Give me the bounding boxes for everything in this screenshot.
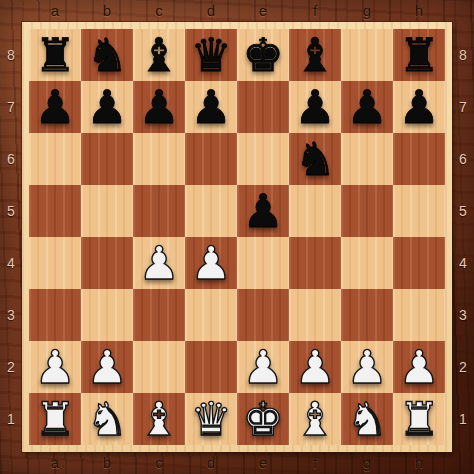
square-g1[interactable]: ♞: [341, 393, 393, 445]
white-pawn-g2[interactable]: ♟: [341, 341, 393, 393]
square-g8[interactable]: [341, 29, 393, 81]
square-h8[interactable]: ♜: [393, 29, 445, 81]
square-c3[interactable]: [133, 289, 185, 341]
rank-label-right-3: 3: [452, 289, 474, 341]
square-f7[interactable]: ♟: [289, 81, 341, 133]
black-pawn-g7[interactable]: ♟: [341, 81, 393, 133]
white-bishop-f1[interactable]: ♝: [289, 393, 341, 445]
square-c6[interactable]: [133, 133, 185, 185]
file-label-bottom-g: g: [341, 452, 393, 474]
square-g5[interactable]: [341, 185, 393, 237]
file-label-top-d: d: [185, 0, 237, 22]
square-c7[interactable]: ♟: [133, 81, 185, 133]
white-pawn-e2[interactable]: ♟: [237, 341, 289, 393]
square-h3[interactable]: [393, 289, 445, 341]
white-pawn-a2[interactable]: ♟: [29, 341, 81, 393]
file-label-top-g: g: [341, 0, 393, 22]
square-f1[interactable]: ♝: [289, 393, 341, 445]
white-bishop-c1[interactable]: ♝: [133, 393, 185, 445]
rank-label-left-8: 8: [0, 29, 22, 81]
file-label-bottom-e: e: [237, 452, 289, 474]
file-label-top-h: h: [393, 0, 445, 22]
square-h2[interactable]: ♟: [393, 341, 445, 393]
black-pawn-h7[interactable]: ♟: [393, 81, 445, 133]
black-bishop-c8[interactable]: ♝: [133, 29, 185, 81]
black-pawn-d7[interactable]: ♟: [185, 81, 237, 133]
rank-labels-right: 87654321: [452, 29, 474, 445]
rank-label-left-3: 3: [0, 289, 22, 341]
rank-label-left-2: 2: [0, 341, 22, 393]
black-rook-a8[interactable]: ♜: [29, 29, 81, 81]
rank-label-right-5: 5: [452, 185, 474, 237]
white-rook-a1[interactable]: ♜: [29, 393, 81, 445]
square-c4[interactable]: ♟: [133, 237, 185, 289]
square-a5[interactable]: [29, 185, 81, 237]
rank-label-right-2: 2: [452, 341, 474, 393]
square-a2[interactable]: ♟: [29, 341, 81, 393]
white-pawn-c4[interactable]: ♟: [133, 237, 185, 289]
black-pawn-f7[interactable]: ♟: [289, 81, 341, 133]
square-d6[interactable]: [185, 133, 237, 185]
square-e8[interactable]: ♚: [237, 29, 289, 81]
square-f6[interactable]: ♞: [289, 133, 341, 185]
square-c5[interactable]: [133, 185, 185, 237]
square-g4[interactable]: [341, 237, 393, 289]
black-pawn-e5[interactable]: ♟: [237, 185, 289, 237]
square-h5[interactable]: [393, 185, 445, 237]
square-f4[interactable]: [289, 237, 341, 289]
file-label-top-c: c: [133, 0, 185, 22]
black-pawn-c7[interactable]: ♟: [133, 81, 185, 133]
square-d3[interactable]: [185, 289, 237, 341]
white-knight-b1[interactable]: ♞: [81, 393, 133, 445]
square-g2[interactable]: ♟: [341, 341, 393, 393]
square-h6[interactable]: [393, 133, 445, 185]
chess-board[interactable]: ♜♞♝♛♚♝♜♟♟♟♟♟♟♟♞♟♟♟♟♟♟♟♟♟♜♞♝♛♚♝♞♜: [29, 29, 445, 445]
square-a7[interactable]: ♟: [29, 81, 81, 133]
square-f2[interactable]: ♟: [289, 341, 341, 393]
square-b3[interactable]: [81, 289, 133, 341]
black-king-e8[interactable]: ♚: [237, 29, 289, 81]
rank-label-right-6: 6: [452, 133, 474, 185]
black-knight-f6[interactable]: ♞: [289, 133, 341, 185]
white-pawn-b2[interactable]: ♟: [81, 341, 133, 393]
black-knight-b8[interactable]: ♞: [81, 29, 133, 81]
square-d7[interactable]: ♟: [185, 81, 237, 133]
square-f3[interactable]: [289, 289, 341, 341]
black-pawn-a7[interactable]: ♟: [29, 81, 81, 133]
square-c1[interactable]: ♝: [133, 393, 185, 445]
white-rook-h1[interactable]: ♜: [393, 393, 445, 445]
square-f5[interactable]: [289, 185, 341, 237]
rank-label-left-7: 7: [0, 81, 22, 133]
file-label-bottom-h: h: [393, 452, 445, 474]
file-label-top-b: b: [81, 0, 133, 22]
black-bishop-f8[interactable]: ♝: [289, 29, 341, 81]
white-king-e1[interactable]: ♚: [237, 393, 289, 445]
square-d2[interactable]: [185, 341, 237, 393]
square-d4[interactable]: ♟: [185, 237, 237, 289]
black-rook-h8[interactable]: ♜: [393, 29, 445, 81]
square-e6[interactable]: [237, 133, 289, 185]
white-knight-g1[interactable]: ♞: [341, 393, 393, 445]
square-b8[interactable]: ♞: [81, 29, 133, 81]
rank-label-left-5: 5: [0, 185, 22, 237]
square-g7[interactable]: ♟: [341, 81, 393, 133]
square-b6[interactable]: [81, 133, 133, 185]
rank-label-right-8: 8: [452, 29, 474, 81]
chess-app-window: abcdefgh abcdefgh 87654321 87654321 ♜♞♝♛…: [0, 0, 474, 474]
rank-label-right-7: 7: [452, 81, 474, 133]
file-label-bottom-c: c: [133, 452, 185, 474]
square-d1[interactable]: ♛: [185, 393, 237, 445]
black-pawn-b7[interactable]: ♟: [81, 81, 133, 133]
square-h4[interactable]: [393, 237, 445, 289]
white-pawn-h2[interactable]: ♟: [393, 341, 445, 393]
square-a6[interactable]: [29, 133, 81, 185]
square-e2[interactable]: ♟: [237, 341, 289, 393]
square-b7[interactable]: ♟: [81, 81, 133, 133]
white-pawn-f2[interactable]: ♟: [289, 341, 341, 393]
square-c2[interactable]: [133, 341, 185, 393]
file-label-bottom-f: f: [289, 452, 341, 474]
square-d8[interactable]: ♛: [185, 29, 237, 81]
square-e5[interactable]: ♟: [237, 185, 289, 237]
square-a8[interactable]: ♜: [29, 29, 81, 81]
rank-labels-left: 87654321: [0, 29, 22, 445]
rank-label-left-4: 4: [0, 237, 22, 289]
square-g6[interactable]: [341, 133, 393, 185]
rank-label-right-1: 1: [452, 393, 474, 445]
file-label-bottom-a: a: [29, 452, 81, 474]
square-c8[interactable]: ♝: [133, 29, 185, 81]
square-b4[interactable]: [81, 237, 133, 289]
black-queen-d8[interactable]: ♛: [185, 29, 237, 81]
square-e7[interactable]: [237, 81, 289, 133]
file-labels-bottom: abcdefgh: [29, 452, 445, 474]
square-h7[interactable]: ♟: [393, 81, 445, 133]
file-label-top-f: f: [289, 0, 341, 22]
file-labels-top: abcdefgh: [29, 0, 445, 22]
square-b2[interactable]: ♟: [81, 341, 133, 393]
square-e1[interactable]: ♚: [237, 393, 289, 445]
rank-label-left-1: 1: [0, 393, 22, 445]
square-g3[interactable]: [341, 289, 393, 341]
file-label-top-e: e: [237, 0, 289, 22]
white-pawn-d4[interactable]: ♟: [185, 237, 237, 289]
square-a3[interactable]: [29, 289, 81, 341]
square-d5[interactable]: [185, 185, 237, 237]
square-b5[interactable]: [81, 185, 133, 237]
square-h1[interactable]: ♜: [393, 393, 445, 445]
rank-label-left-6: 6: [0, 133, 22, 185]
white-queen-d1[interactable]: ♛: [185, 393, 237, 445]
rank-label-right-4: 4: [452, 237, 474, 289]
file-label-top-a: a: [29, 0, 81, 22]
square-f8[interactable]: ♝: [289, 29, 341, 81]
square-e4[interactable]: [237, 237, 289, 289]
square-a1[interactable]: ♜: [29, 393, 81, 445]
square-b1[interactable]: ♞: [81, 393, 133, 445]
square-e3[interactable]: [237, 289, 289, 341]
file-label-bottom-b: b: [81, 452, 133, 474]
file-label-bottom-d: d: [185, 452, 237, 474]
square-a4[interactable]: [29, 237, 81, 289]
